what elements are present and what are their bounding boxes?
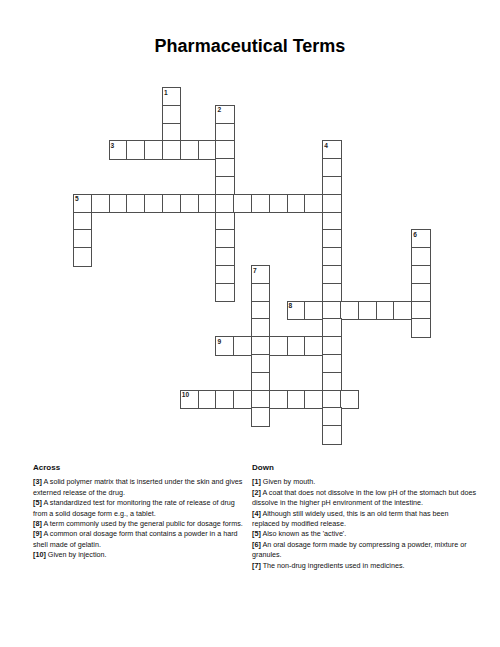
clue-6: [6] An oral dosage form made by compress… <box>252 540 478 561</box>
clue-number-3: 3 <box>111 142 115 149</box>
puzzle-title: Pharmaceutical Terms <box>0 36 500 57</box>
clue-4-number: [4] <box>252 509 261 518</box>
clue-7: [7] The non-drug ingredients used in med… <box>252 561 478 571</box>
cell-r17c15[interactable] <box>340 390 359 409</box>
cell-r13c19[interactable] <box>411 318 430 337</box>
cell-r6c6[interactable] <box>180 194 199 213</box>
cell-r17c7[interactable] <box>198 390 217 409</box>
cell-r6c3[interactable] <box>126 194 145 213</box>
cell-r12c18[interactable] <box>393 301 412 320</box>
cell-r14c11[interactable] <box>269 336 288 355</box>
across-clue-list: [3] A solid polymer matrix that is inser… <box>33 477 245 560</box>
clue-number-5: 5 <box>75 195 79 202</box>
cell-r5c8[interactable] <box>215 176 234 195</box>
cell-r13c14[interactable] <box>322 318 341 337</box>
clue-number-10: 10 <box>182 391 189 398</box>
cell-r18c10[interactable] <box>251 407 270 426</box>
cell-r17c12[interactable] <box>287 390 306 409</box>
cell-r6c9[interactable] <box>233 194 252 213</box>
cell-r17c11[interactable] <box>269 390 288 409</box>
cell-r15c10[interactable] <box>251 354 270 373</box>
clue-number-6: 6 <box>413 231 417 238</box>
cell-r12c15[interactable] <box>340 301 359 320</box>
cell-r14c12[interactable] <box>287 336 306 355</box>
cell-r6c7[interactable] <box>198 194 217 213</box>
cell-r6c4[interactable] <box>144 194 163 213</box>
across-clues-column: Across [3] A solid polymer matrix that i… <box>33 463 245 561</box>
cell-r4c8[interactable] <box>215 158 234 177</box>
cell-r10c14[interactable] <box>322 265 341 284</box>
cell-r7c8[interactable] <box>215 212 234 231</box>
cell-r15c14[interactable] <box>322 354 341 373</box>
cell-r6c5[interactable] <box>162 194 181 213</box>
cell-r10c19[interactable] <box>411 265 430 284</box>
cell-r11c19[interactable] <box>411 283 430 302</box>
down-clues-column: Down [1] Given by mouth.[2] A coat that … <box>252 463 478 571</box>
clue-6-number: [6] <box>252 540 261 549</box>
cell-r6c14[interactable] <box>322 194 341 213</box>
cell-r9c0[interactable] <box>73 247 92 266</box>
clue-3: [3] A solid polymer matrix that is inser… <box>33 477 245 498</box>
cell-r7c14[interactable] <box>322 212 341 231</box>
clue-number-9: 9 <box>217 338 221 345</box>
cell-r9c19[interactable] <box>411 247 430 266</box>
cell-r3c4[interactable] <box>144 140 163 159</box>
cell-r6c10[interactable] <box>251 194 270 213</box>
cell-r12c10[interactable] <box>251 301 270 320</box>
cell-r17c8[interactable] <box>215 390 234 409</box>
cell-r3c7[interactable] <box>198 140 217 159</box>
cell-r17c14[interactable] <box>322 390 341 409</box>
cell-r7c0[interactable] <box>73 212 92 231</box>
clue-9-number: [9] <box>33 529 42 538</box>
cell-r6c11[interactable] <box>269 194 288 213</box>
clue-1-number: [1] <box>252 477 261 486</box>
cell-r3c8[interactable] <box>215 140 234 159</box>
down-clue-list: [1] Given by mouth.[2] A coat that does … <box>252 477 478 571</box>
cell-r6c8[interactable] <box>215 194 234 213</box>
cell-r2c5[interactable] <box>162 123 181 142</box>
clue-number-1: 1 <box>164 89 168 96</box>
cell-r17c13[interactable] <box>304 390 323 409</box>
clue-8: [8] A term commonly used by the general … <box>33 519 245 529</box>
clue-9: [9] A common oral dosage form that conta… <box>33 529 245 550</box>
clue-8-number: [8] <box>33 519 42 528</box>
cell-r3c5[interactable] <box>162 140 181 159</box>
cell-r1c5[interactable] <box>162 105 181 124</box>
cell-r19c14[interactable] <box>322 425 341 444</box>
cell-r16c10[interactable] <box>251 372 270 391</box>
cell-r8c0[interactable] <box>73 229 92 248</box>
cell-r9c14[interactable] <box>322 247 341 266</box>
cell-r16c14[interactable] <box>322 372 341 391</box>
cell-r2c8[interactable] <box>215 123 234 142</box>
cell-r14c9[interactable] <box>233 336 252 355</box>
cell-r9c8[interactable] <box>215 247 234 266</box>
across-heading: Across <box>33 463 245 473</box>
cell-r8c14[interactable] <box>322 229 341 248</box>
cell-r11c8[interactable] <box>215 283 234 302</box>
clue-2: [2] A coat that does not dissolve in the… <box>252 488 478 509</box>
cell-r10c8[interactable] <box>215 265 234 284</box>
cell-r3c3[interactable] <box>126 140 145 159</box>
cell-r6c2[interactable] <box>109 194 128 213</box>
clue-5: [5] A standardized test for monitoring t… <box>33 498 245 519</box>
clue-5: [5] Also known as the 'active'. <box>252 529 478 539</box>
clue-number-2: 2 <box>217 106 221 113</box>
cell-r8c8[interactable] <box>215 229 234 248</box>
clue-2-number: [2] <box>252 488 261 497</box>
cell-r6c1[interactable] <box>91 194 110 213</box>
cell-r6c12[interactable] <box>287 194 306 213</box>
cell-r5c14[interactable] <box>322 176 341 195</box>
clue-number-7: 7 <box>253 267 257 274</box>
cell-r6c13[interactable] <box>304 194 323 213</box>
clue-10-number: [10] <box>33 550 46 559</box>
clue-1: [1] Given by mouth. <box>252 477 478 487</box>
cell-r12c13[interactable] <box>304 301 323 320</box>
clue-3-number: [3] <box>33 477 42 486</box>
clue-5-number: [5] <box>252 529 261 538</box>
cell-r3c6[interactable] <box>180 140 199 159</box>
cell-r18c14[interactable] <box>322 407 341 426</box>
cell-r17c10[interactable] <box>251 390 270 409</box>
cell-r13c10[interactable] <box>251 318 270 337</box>
clue-5-number: [5] <box>33 498 42 507</box>
clue-7-number: [7] <box>252 561 261 570</box>
cell-r4c14[interactable] <box>322 158 341 177</box>
cell-r14c14[interactable] <box>322 336 341 355</box>
clue-10: [10] Given by injection. <box>33 550 245 560</box>
crossword-grid: 12345678910 <box>73 87 431 445</box>
cell-r14c10[interactable] <box>251 336 270 355</box>
cell-r12c17[interactable] <box>376 301 395 320</box>
cell-r12c14[interactable] <box>322 301 341 320</box>
cell-r11c10[interactable] <box>251 283 270 302</box>
cell-r12c16[interactable] <box>358 301 377 320</box>
cell-r14c13[interactable] <box>304 336 323 355</box>
cell-r17c9[interactable] <box>233 390 252 409</box>
cell-r12c19[interactable] <box>411 301 430 320</box>
cell-r11c14[interactable] <box>322 283 341 302</box>
clue-4: [4] Although still widely used, this is … <box>252 509 478 530</box>
clue-number-8: 8 <box>289 302 293 309</box>
down-heading: Down <box>252 463 478 473</box>
clue-number-4: 4 <box>324 142 328 149</box>
